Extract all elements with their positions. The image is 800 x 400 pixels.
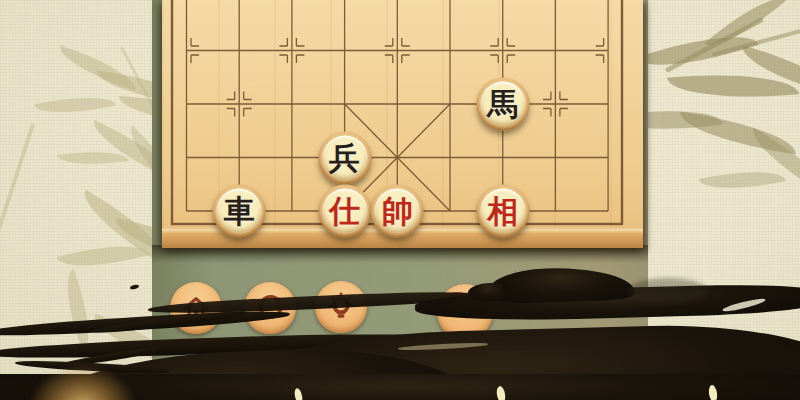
red-general[interactable]: 帥 [371,185,424,238]
piece-glyph: 兵 [329,142,360,173]
piece-face: 相 [480,189,525,234]
piece-glyph: 相 [487,196,518,227]
unknown-icon [449,292,467,302]
piece-face: 兵 [322,135,367,180]
piece-glyph: 馬 [487,89,518,120]
extra-button[interactable] [437,284,493,340]
piece-face: 仕 [322,189,367,234]
red-elephant[interactable]: 相 [476,185,529,238]
black-soldier[interactable]: 兵 [318,131,371,184]
restart-icon [255,293,285,323]
game-screen: 馬兵車仕帥相 [0,0,800,400]
red-advisor[interactable]: 仕 [318,185,371,238]
xiangqi-board[interactable]: 馬兵車仕帥相 [162,0,643,247]
piece-face: 馬 [480,82,525,127]
home-icon [181,293,211,323]
restart-button[interactable] [244,282,296,334]
piece-glyph: 仕 [329,196,360,227]
home-button[interactable] [170,282,222,334]
lightbulb-icon [325,291,357,323]
black-horse[interactable]: 馬 [476,78,529,131]
piece-face: 帥 [375,189,420,234]
piece-face: 車 [217,189,262,234]
hint-button[interactable] [315,281,367,333]
black-chariot[interactable]: 車 [213,185,266,238]
piece-glyph: 帥 [382,196,413,227]
piece-glyph: 車 [224,196,255,227]
